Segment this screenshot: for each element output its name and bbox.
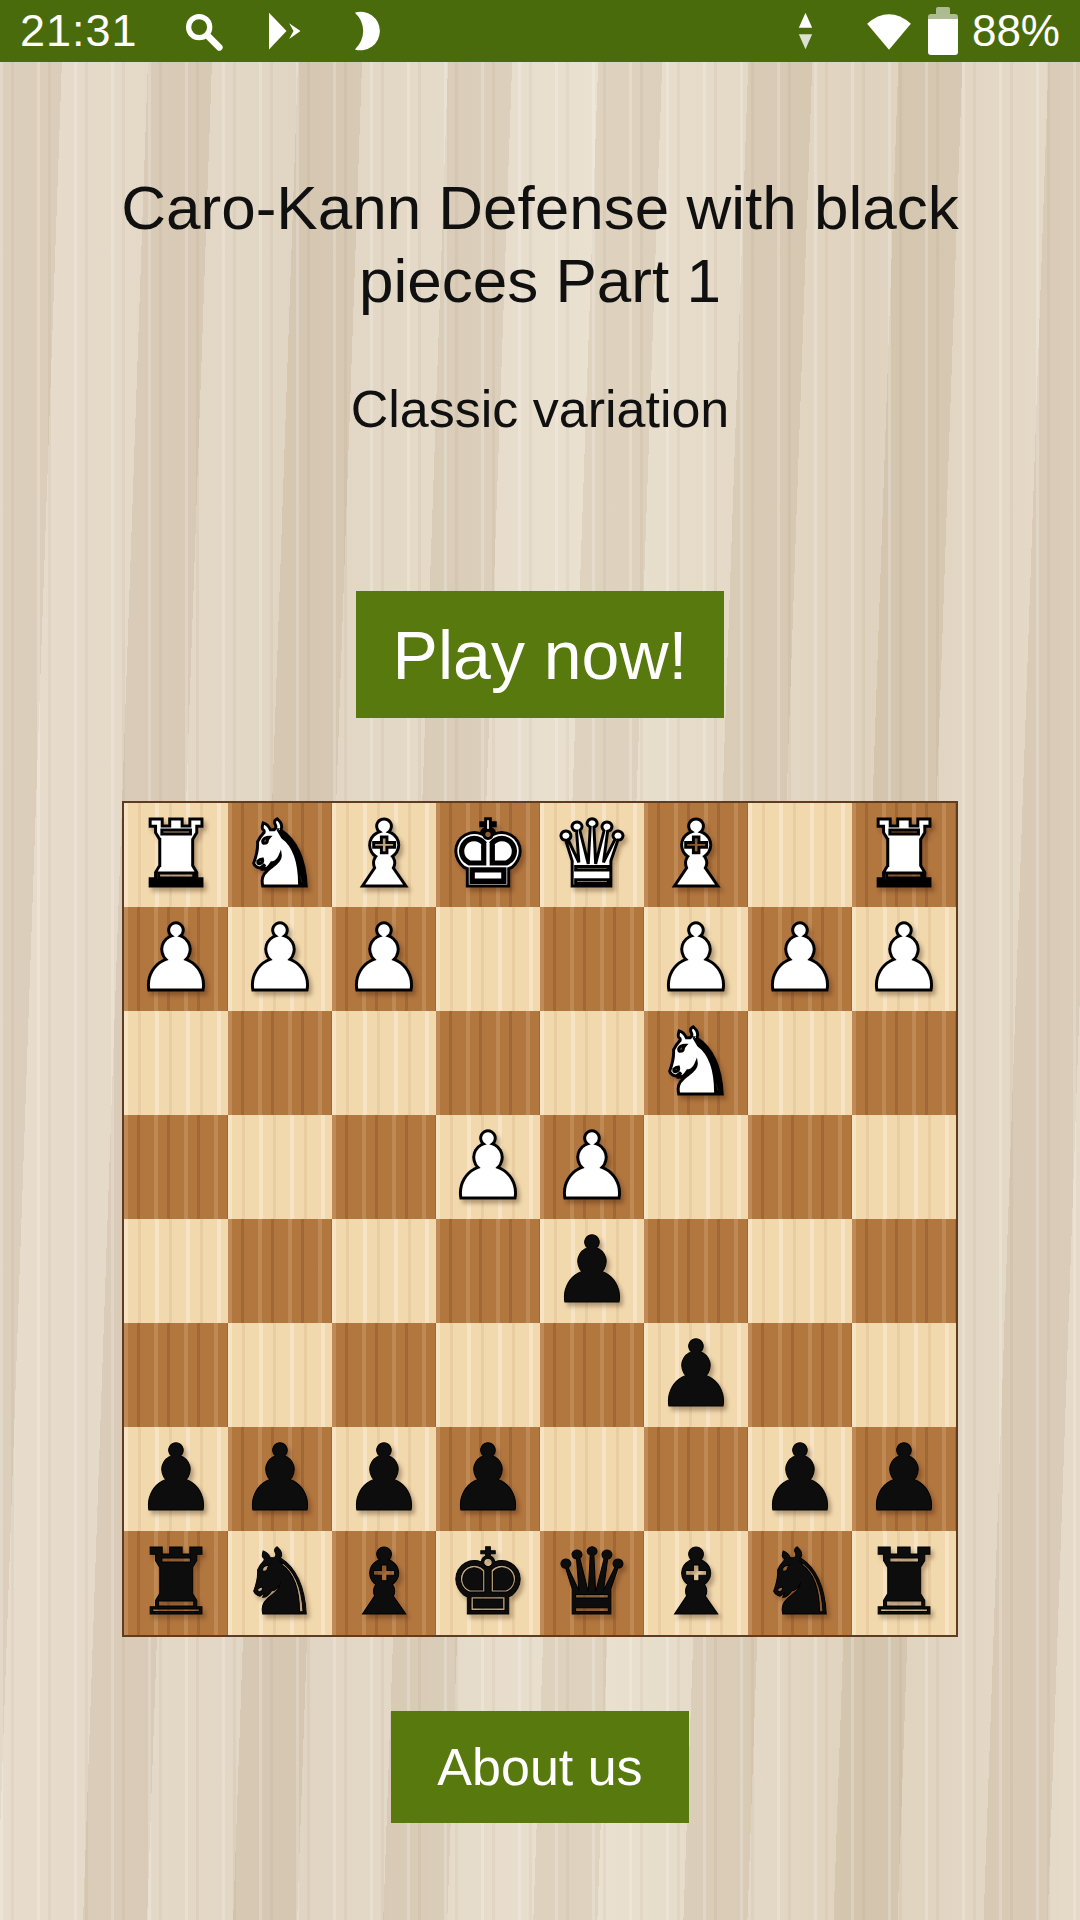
square-d7	[540, 1427, 644, 1531]
square-d4: ♟	[540, 1115, 644, 1219]
square-a5	[852, 1219, 956, 1323]
square-f3	[332, 1011, 436, 1115]
piece-bQ-d8: ♛	[551, 1531, 633, 1635]
square-f8: ♝	[332, 1531, 436, 1635]
piece-wK-e1: ♚	[447, 803, 529, 907]
square-c5	[644, 1219, 748, 1323]
square-a7: ♟	[852, 1427, 956, 1531]
piece-wN-c3: ♞	[655, 1011, 737, 1115]
piece-wQ-d1: ♛	[551, 803, 633, 907]
square-e6	[436, 1323, 540, 1427]
square-f7: ♟	[332, 1427, 436, 1531]
square-d1: ♛	[540, 803, 644, 907]
app-screen: 21:31	[0, 0, 1080, 1920]
square-d5: ♟	[540, 1219, 644, 1323]
square-e5	[436, 1219, 540, 1323]
square-h4	[124, 1115, 228, 1219]
battery-icon	[928, 7, 958, 55]
play-store-icon	[262, 10, 304, 52]
square-c4	[644, 1115, 748, 1219]
square-h3	[124, 1011, 228, 1115]
piece-wP-e4: ♟	[447, 1115, 529, 1219]
square-e3	[436, 1011, 540, 1115]
piece-bR-a8: ♜	[863, 1531, 945, 1635]
square-a3	[852, 1011, 956, 1115]
square-h7: ♟	[124, 1427, 228, 1531]
square-h1: ♜	[124, 803, 228, 907]
about-us-button[interactable]: About us	[391, 1711, 689, 1823]
piece-wP-a2: ♟	[863, 907, 945, 1011]
square-f4	[332, 1115, 436, 1219]
square-b4	[748, 1115, 852, 1219]
square-e8: ♚	[436, 1531, 540, 1635]
square-a1: ♜	[852, 803, 956, 907]
square-g2: ♟	[228, 907, 332, 1011]
square-f5	[332, 1219, 436, 1323]
piece-wP-h2: ♟	[135, 907, 217, 1011]
square-h8: ♜	[124, 1531, 228, 1635]
square-g1: ♞	[228, 803, 332, 907]
piece-wN-g1: ♞	[239, 803, 321, 907]
square-e7: ♟	[436, 1427, 540, 1531]
square-c3: ♞	[644, 1011, 748, 1115]
square-d8: ♛	[540, 1531, 644, 1635]
square-h2: ♟	[124, 907, 228, 1011]
piece-bP-h7: ♟	[135, 1427, 217, 1531]
piece-wR-a1: ♜	[863, 803, 945, 907]
piece-wP-f2: ♟	[343, 907, 425, 1011]
square-f2: ♟	[332, 907, 436, 1011]
status-bar-right-cluster: 88%	[797, 6, 1060, 56]
piece-bP-b7: ♟	[759, 1427, 841, 1531]
square-e1: ♚	[436, 803, 540, 907]
square-h6	[124, 1323, 228, 1427]
piece-bB-f8: ♝	[343, 1531, 425, 1635]
clock: 21:31	[20, 5, 138, 57]
square-d6	[540, 1323, 644, 1427]
piece-wR-h1: ♜	[135, 803, 217, 907]
square-g3	[228, 1011, 332, 1115]
square-a8: ♜	[852, 1531, 956, 1635]
piece-bN-g8: ♞	[239, 1531, 321, 1635]
square-d3	[540, 1011, 644, 1115]
piece-bP-f7: ♟	[343, 1427, 425, 1531]
square-g8: ♞	[228, 1531, 332, 1635]
square-c8: ♝	[644, 1531, 748, 1635]
piece-bN-b8: ♞	[759, 1531, 841, 1635]
chess-board: ♜♞♝♚♛♝♜♟♟♟♟♟♟♞♟♟♟♟♟♟♟♟♟♟♜♞♝♚♛♝♞♜	[122, 801, 958, 1637]
square-c2: ♟	[644, 907, 748, 1011]
square-b6	[748, 1323, 852, 1427]
wifi-icon	[864, 10, 914, 52]
piece-bK-e8: ♚	[447, 1531, 529, 1635]
square-b1	[748, 803, 852, 907]
square-c1: ♝	[644, 803, 748, 907]
square-a4	[852, 1115, 956, 1219]
page-subtitle: Classic variation	[351, 379, 730, 439]
square-h5	[124, 1219, 228, 1323]
square-e2	[436, 907, 540, 1011]
piece-bP-c6: ♟	[655, 1323, 737, 1427]
night-mode-moon-icon	[340, 10, 382, 52]
status-bar: 21:31	[0, 0, 1080, 62]
piece-bP-e7: ♟	[447, 1427, 529, 1531]
square-g4	[228, 1115, 332, 1219]
square-g5	[228, 1219, 332, 1323]
battery-percent: 88%	[972, 6, 1060, 56]
piece-bB-c8: ♝	[655, 1531, 737, 1635]
square-a2: ♟	[852, 907, 956, 1011]
square-c7	[644, 1427, 748, 1531]
square-b5	[748, 1219, 852, 1323]
search-icon	[180, 8, 226, 54]
square-d2	[540, 907, 644, 1011]
square-b7: ♟	[748, 1427, 852, 1531]
page-title: Caro-Kann Defense with black pieces Part…	[60, 172, 1020, 317]
piece-wP-d4: ♟	[551, 1115, 633, 1219]
square-c6: ♟	[644, 1323, 748, 1427]
piece-bP-a7: ♟	[863, 1427, 945, 1531]
piece-bR-h8: ♜	[135, 1531, 217, 1635]
square-g6	[228, 1323, 332, 1427]
square-f6	[332, 1323, 436, 1427]
piece-wP-c2: ♟	[655, 907, 737, 1011]
square-e4: ♟	[436, 1115, 540, 1219]
square-f1: ♝	[332, 803, 436, 907]
square-b2: ♟	[748, 907, 852, 1011]
square-b8: ♞	[748, 1531, 852, 1635]
piece-wP-g2: ♟	[239, 907, 321, 1011]
piece-wP-b2: ♟	[759, 907, 841, 1011]
piece-bP-g7: ♟	[239, 1427, 321, 1531]
piece-wB-f1: ♝	[343, 803, 425, 907]
piece-bP-d5: ♟	[551, 1219, 633, 1323]
piece-wB-c1: ♝	[655, 803, 737, 907]
square-g7: ♟	[228, 1427, 332, 1531]
network-activity-arrows-icon	[797, 11, 814, 51]
square-b3	[748, 1011, 852, 1115]
square-a6	[852, 1323, 956, 1427]
play-now-button[interactable]: Play now!	[356, 591, 724, 718]
